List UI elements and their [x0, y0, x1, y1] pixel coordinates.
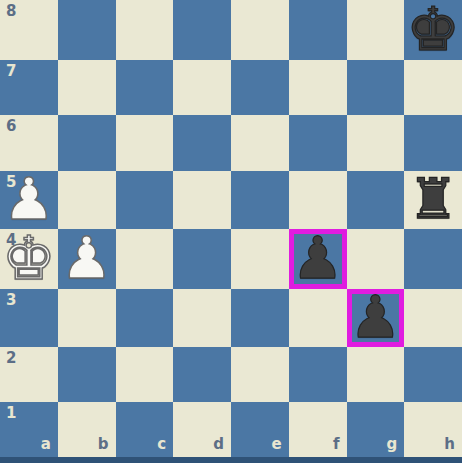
square-d2[interactable]	[173, 347, 231, 402]
square-h7[interactable]	[404, 60, 462, 115]
square-b4[interactable]: ♟	[58, 229, 116, 289]
square-f5[interactable]	[289, 171, 347, 229]
file-label-f: f	[333, 437, 340, 452]
square-d4[interactable]	[173, 229, 231, 289]
black-rook[interactable]: ♜	[408, 171, 458, 227]
file-label-b: b	[98, 437, 109, 452]
white-king[interactable]: ♚	[2, 228, 56, 288]
square-c5[interactable]	[116, 171, 174, 229]
rank-label-8: 8	[6, 4, 16, 19]
board-bottom-edge	[0, 457, 462, 463]
square-g2[interactable]	[347, 347, 405, 402]
square-d5[interactable]	[173, 171, 231, 229]
square-e6[interactable]	[231, 115, 289, 170]
square-f1[interactable]: f	[289, 402, 347, 457]
square-h5[interactable]: ♜	[404, 171, 462, 229]
file-label-a: a	[41, 437, 51, 452]
square-a5[interactable]: 5♟	[0, 171, 58, 229]
square-a1[interactable]: 1a	[0, 402, 58, 457]
square-h8[interactable]: ♚	[404, 0, 462, 60]
square-b7[interactable]	[58, 60, 116, 115]
square-d3[interactable]	[173, 289, 231, 347]
square-g5[interactable]	[347, 171, 405, 229]
square-a2[interactable]: 2	[0, 347, 58, 402]
square-c4[interactable]	[116, 229, 174, 289]
square-c7[interactable]	[116, 60, 174, 115]
file-label-c: c	[157, 437, 166, 452]
square-h1[interactable]: h	[404, 402, 462, 457]
square-e7[interactable]	[231, 60, 289, 115]
square-f8[interactable]	[289, 0, 347, 60]
square-g6[interactable]	[347, 115, 405, 170]
black-king[interactable]: ♚	[406, 0, 460, 59]
square-f2[interactable]	[289, 347, 347, 402]
square-b3[interactable]	[58, 289, 116, 347]
black-pawn[interactable]: ♟	[292, 229, 344, 287]
square-d8[interactable]	[173, 0, 231, 60]
square-b2[interactable]	[58, 347, 116, 402]
square-g1[interactable]: g	[347, 402, 405, 457]
square-c6[interactable]	[116, 115, 174, 170]
square-a8[interactable]: 8	[0, 0, 58, 60]
file-label-e: e	[272, 437, 282, 452]
square-c1[interactable]: c	[116, 402, 174, 457]
rank-label-3: 3	[6, 293, 16, 308]
rank-label-7: 7	[6, 64, 16, 79]
square-g3[interactable]: ♟	[347, 289, 405, 347]
square-e5[interactable]	[231, 171, 289, 229]
square-e8[interactable]	[231, 0, 289, 60]
file-label-g: g	[387, 437, 398, 452]
square-b6[interactable]	[58, 115, 116, 170]
file-label-d: d	[213, 437, 224, 452]
square-a4[interactable]: 4♚	[0, 229, 58, 289]
square-g8[interactable]	[347, 0, 405, 60]
rank-label-2: 2	[6, 351, 16, 366]
board-grid: 8♚765♟♜4♚♟♟3♟21abcdefgh	[0, 0, 462, 457]
white-pawn[interactable]: ♟	[3, 170, 55, 228]
square-e3[interactable]	[231, 289, 289, 347]
chess-board: 8♚765♟♜4♚♟♟3♟21abcdefgh	[0, 0, 462, 463]
square-h4[interactable]	[404, 229, 462, 289]
rank-label-1: 1	[6, 406, 16, 421]
square-h3[interactable]	[404, 289, 462, 347]
square-b8[interactable]	[58, 0, 116, 60]
square-f3[interactable]	[289, 289, 347, 347]
square-h6[interactable]	[404, 115, 462, 170]
square-d7[interactable]	[173, 60, 231, 115]
square-a6[interactable]: 6	[0, 115, 58, 170]
rank-label-6: 6	[6, 119, 16, 134]
file-label-h: h	[444, 437, 455, 452]
square-f6[interactable]	[289, 115, 347, 170]
square-e2[interactable]	[231, 347, 289, 402]
square-g7[interactable]	[347, 60, 405, 115]
square-a3[interactable]: 3	[0, 289, 58, 347]
square-b1[interactable]: b	[58, 402, 116, 457]
square-b5[interactable]	[58, 171, 116, 229]
square-c8[interactable]	[116, 0, 174, 60]
square-e1[interactable]: e	[231, 402, 289, 457]
square-f4[interactable]: ♟	[289, 229, 347, 289]
square-g4[interactable]	[347, 229, 405, 289]
square-e4[interactable]	[231, 229, 289, 289]
square-d6[interactable]	[173, 115, 231, 170]
square-h2[interactable]	[404, 347, 462, 402]
square-d1[interactable]: d	[173, 402, 231, 457]
square-a7[interactable]: 7	[0, 60, 58, 115]
white-pawn[interactable]: ♟	[61, 229, 113, 287]
square-f7[interactable]	[289, 60, 347, 115]
square-c3[interactable]	[116, 289, 174, 347]
square-c2[interactable]	[116, 347, 174, 402]
black-pawn[interactable]: ♟	[349, 288, 401, 346]
